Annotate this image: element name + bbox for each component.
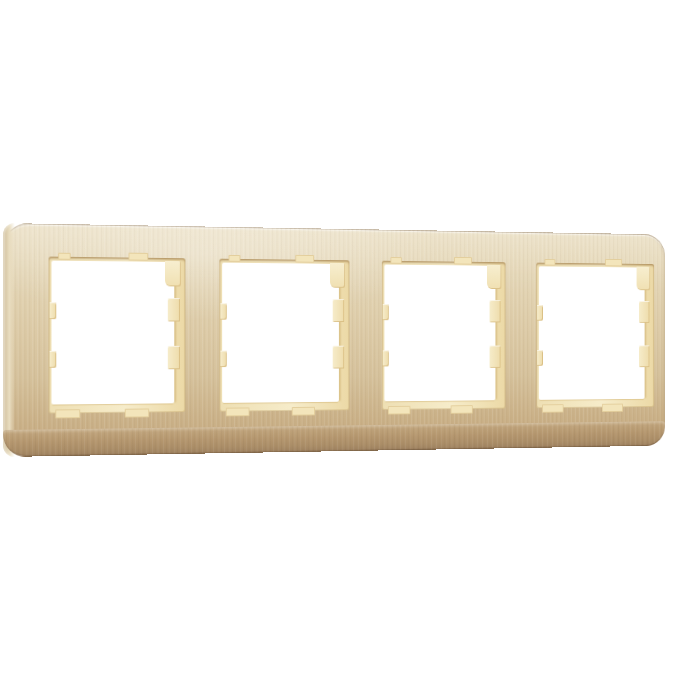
clip-tab-right-lower xyxy=(168,346,180,369)
product-photo-canvas xyxy=(0,0,680,680)
clip-tab-left-lower xyxy=(537,350,543,366)
clip-notch-top-left xyxy=(391,257,402,264)
clip-notch-bottom-mid xyxy=(125,408,149,417)
clip-notch-top-mid xyxy=(454,257,472,265)
clip-notch-bottom-mid xyxy=(292,407,315,416)
clip-tab-left-upper xyxy=(50,302,57,319)
clip-notch-top-mid xyxy=(295,255,314,263)
clip-tab-left-lower xyxy=(220,350,226,366)
clip-notch-top-mid xyxy=(605,259,622,266)
frame-face xyxy=(3,223,665,457)
window-4-opening xyxy=(539,266,645,400)
clip-corner-top-right xyxy=(487,265,501,289)
clip-notch-bottom-left xyxy=(226,407,250,416)
clip-corner-top-right xyxy=(165,261,181,287)
window-2-opening xyxy=(222,263,339,403)
clip-tab-right-upper xyxy=(168,298,180,321)
clip-corner-top-right xyxy=(637,267,651,291)
clip-tab-right-lower xyxy=(490,346,501,368)
clip-tab-left-lower xyxy=(50,351,57,368)
clip-notch-bottom-left xyxy=(388,406,410,415)
clip-notch-top-left xyxy=(545,259,556,266)
frame-left-edge xyxy=(3,223,15,457)
clip-notch-bottom-mid xyxy=(450,405,472,414)
window-3-opening xyxy=(384,265,495,402)
window-1-opening xyxy=(51,261,174,405)
clip-notch-top-mid xyxy=(129,253,149,261)
clip-notch-bottom-mid xyxy=(602,404,623,412)
clip-notch-bottom-left xyxy=(56,409,81,418)
clip-tab-right-upper xyxy=(639,301,649,323)
switch-frame xyxy=(3,223,665,457)
clip-notch-bottom-left xyxy=(542,404,563,413)
clip-tab-right-upper xyxy=(333,299,344,322)
clip-corner-top-right xyxy=(330,263,345,288)
window-3 xyxy=(382,261,506,410)
clip-tab-left-upper xyxy=(537,305,543,321)
clip-tab-left-upper xyxy=(220,303,226,319)
clip-tab-left-lower xyxy=(383,350,389,366)
clip-tab-right-upper xyxy=(490,300,501,322)
clip-tab-right-lower xyxy=(333,346,344,369)
window-4 xyxy=(536,263,654,409)
clip-notch-top-left xyxy=(58,253,70,260)
clip-tab-right-lower xyxy=(639,345,649,367)
window-2 xyxy=(219,259,349,412)
clip-notch-top-left xyxy=(229,255,241,262)
window-1 xyxy=(49,257,186,414)
clip-tab-left-upper xyxy=(383,304,389,320)
